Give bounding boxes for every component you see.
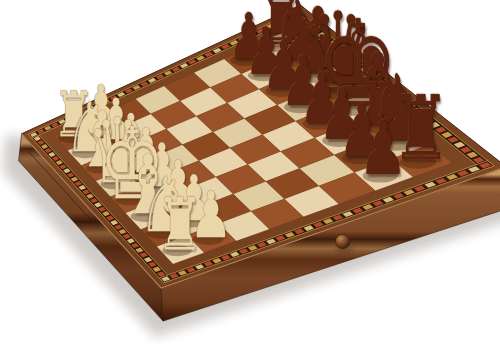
black-pawn-h7[interactable]: ♟ <box>359 111 408 185</box>
chess-set-scene: ♜♞♝♛♚♝♞♜♟♟♟♟♟♟♟♟♟♟♟♟♟♟♟♟♜♞♝♛♚♝♞♜ <box>0 0 500 361</box>
drawer-knob[interactable] <box>335 234 349 248</box>
white-rook-h1[interactable]: ♜ <box>156 188 204 260</box>
